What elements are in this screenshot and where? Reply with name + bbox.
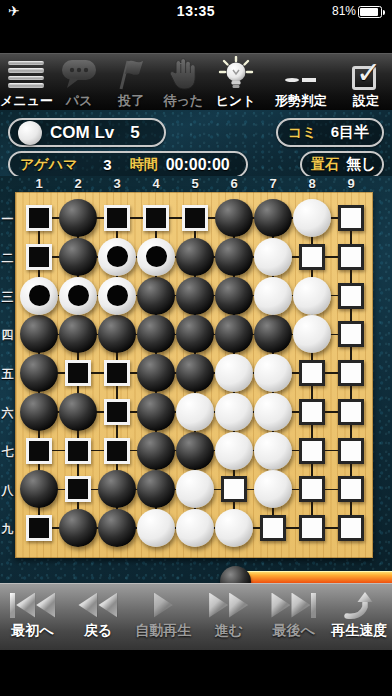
left-coordinate-label: 四 [0, 327, 15, 344]
white-territory-marker[interactable] [299, 515, 325, 541]
black-territory-marker[interactable] [65, 438, 91, 464]
top-coordinate-label: 6 [223, 176, 245, 191]
white-territory-marker[interactable] [221, 476, 247, 502]
top-coordinate-label: 9 [340, 176, 362, 191]
black-stone[interactable] [98, 470, 136, 508]
black-stone[interactable] [98, 315, 136, 353]
playback-speed-button[interactable]: 再生速度 [327, 584, 392, 650]
com-level-label: COM Lv [50, 123, 114, 143]
white-stone[interactable] [293, 199, 331, 237]
white-stone[interactable] [215, 354, 253, 392]
undo-button[interactable]: 待った [157, 54, 209, 110]
white-stone[interactable] [176, 393, 214, 431]
hint-button[interactable]: ヒント [209, 54, 261, 110]
speech-bubble-icon [61, 56, 97, 92]
rewind-icon [78, 590, 117, 620]
black-stone[interactable] [215, 315, 253, 353]
white-territory-marker[interactable] [338, 205, 364, 231]
black-stone[interactable] [20, 354, 58, 392]
black-stone[interactable] [20, 393, 58, 431]
skip-to-start-icon [10, 590, 55, 620]
undo-label: 待った [164, 93, 204, 108]
white-territory-marker[interactable] [299, 360, 325, 386]
white-territory-marker[interactable] [338, 476, 364, 502]
agehama-label: アゲハマ [20, 156, 77, 174]
white-stone-icon [18, 121, 42, 145]
lightbulb-icon [217, 56, 255, 92]
black-stone[interactable] [98, 509, 136, 547]
goban[interactable] [15, 192, 373, 558]
play-icon [154, 590, 173, 620]
black-stone[interactable] [137, 277, 175, 315]
bottom-black-bar [0, 650, 392, 696]
white-territory-marker[interactable] [338, 244, 364, 270]
resign-label: 投了 [118, 93, 144, 108]
black-stone[interactable] [59, 199, 97, 237]
white-territory-marker[interactable] [299, 399, 325, 425]
handicap-value: 無し [346, 155, 376, 174]
black-territory-marker[interactable] [104, 360, 130, 386]
black-stone[interactable] [137, 470, 175, 508]
white-stone[interactable] [137, 509, 175, 547]
auto-play-label: 自動再生 [135, 622, 191, 640]
curved-arrow-icon [344, 590, 374, 620]
top-coordinate-label: 4 [145, 176, 167, 191]
black-territory-marker[interactable] [26, 205, 52, 231]
white-stone[interactable] [215, 393, 253, 431]
time-value: 00:00:00 [166, 156, 230, 174]
menu-label: メニュー [0, 93, 53, 108]
black-stone[interactable] [59, 393, 97, 431]
fast-forward-icon [209, 590, 248, 620]
white-territory-marker[interactable] [338, 360, 364, 386]
game-info-panel: COM Lv 5 コミ 6目半 アゲハマ 3 時間 00:00:00 置石 無し [0, 110, 392, 176]
resign-button[interactable]: 投了 [105, 54, 157, 110]
black-stone[interactable] [137, 432, 175, 470]
top-coordinate-label: 1 [28, 176, 50, 191]
black-territory-marker[interactable] [65, 476, 91, 502]
settings-label: 設定 [353, 93, 379, 108]
hand-icon [168, 56, 198, 92]
top-coordinate-label: 5 [184, 176, 206, 191]
white-stone[interactable] [254, 354, 292, 392]
skip-to-end-button[interactable]: 最後へ [261, 584, 326, 650]
black-stone[interactable] [176, 432, 214, 470]
menu-icon [8, 56, 44, 92]
back-button[interactable]: 戻る [65, 584, 130, 650]
white-stone[interactable] [254, 238, 292, 276]
black-territory-marker[interactable] [182, 205, 208, 231]
pass-button[interactable]: パス [53, 54, 105, 110]
white-territory-marker[interactable] [299, 438, 325, 464]
status-bar: ✈ 13:35 81% [0, 0, 392, 22]
black-stone[interactable] [254, 199, 292, 237]
top-toolbar: メニュー パス 投了 [0, 53, 392, 110]
white-stone[interactable] [176, 470, 214, 508]
white-territory-marker[interactable] [299, 476, 325, 502]
left-coordinate-label: 一 [0, 211, 15, 228]
time-label: 時間 [130, 156, 158, 174]
white-stone[interactable] [254, 470, 292, 508]
playback-speed-label: 再生速度 [331, 622, 387, 640]
left-coordinate-label: 七 [0, 444, 15, 461]
left-coordinate-label: 九 [0, 521, 15, 538]
black-stone[interactable] [59, 315, 97, 353]
white-stone[interactable] [215, 432, 253, 470]
black-stone[interactable] [215, 277, 253, 315]
dead-white-stone[interactable] [98, 238, 136, 276]
white-stone[interactable] [293, 315, 331, 353]
left-coordinate-label: 五 [0, 366, 15, 383]
com-level-value: 5 [130, 123, 139, 143]
board-zone: 123456789一二三四五六七八九 [0, 176, 392, 583]
menu-button[interactable]: メニュー [0, 54, 53, 110]
white-territory-marker[interactable] [260, 515, 286, 541]
white-stone[interactable] [176, 509, 214, 547]
pass-label: パス [66, 93, 93, 108]
checkbox-icon: ✓ [352, 64, 380, 92]
black-territory-marker[interactable] [143, 205, 169, 231]
dead-white-stone[interactable] [59, 277, 97, 315]
komi-value: 6目半 [331, 123, 369, 142]
komi-label: コミ [288, 124, 317, 142]
skip-to-end-icon [271, 590, 316, 620]
black-stone[interactable] [137, 354, 175, 392]
skip-to-end-label: 最後へ [273, 622, 315, 640]
forward-button[interactable]: 進む [196, 584, 261, 650]
white-territory-marker[interactable] [338, 283, 364, 309]
black-stone[interactable] [215, 199, 253, 237]
playback-toolbar: 最初へ 戻る 自動再生 進む 最後へ 再生速度 [0, 583, 392, 650]
black-territory-marker[interactable] [65, 360, 91, 386]
white-stone[interactable] [254, 393, 292, 431]
dead-white-stone[interactable] [20, 277, 58, 315]
battery-icon [358, 6, 382, 18]
skip-to-start-button[interactable]: 最初へ [0, 584, 65, 650]
agehama-value: 3 [103, 156, 111, 173]
left-coordinate-label: 八 [0, 482, 15, 499]
auto-play-button[interactable]: 自動再生 [131, 584, 196, 650]
black-stone[interactable] [20, 315, 58, 353]
top-coordinate-label: 3 [106, 176, 128, 191]
handicap-label: 置石 [311, 156, 339, 174]
shapes-icon [285, 56, 316, 92]
komi-pill: コミ 6目半 [276, 118, 384, 147]
black-stone[interactable] [137, 393, 175, 431]
white-stone[interactable] [215, 509, 253, 547]
left-coordinate-label: 六 [0, 405, 15, 422]
white-territory-marker[interactable] [299, 244, 325, 270]
top-coordinate-label: 8 [301, 176, 323, 191]
white-territory-marker[interactable] [338, 399, 364, 425]
status-bar-background [0, 22, 392, 53]
handicap-pill: 置石 無し [300, 151, 384, 178]
black-stone[interactable] [176, 277, 214, 315]
white-stone[interactable] [254, 432, 292, 470]
black-stone[interactable] [176, 315, 214, 353]
captures-time-pill: アゲハマ 3 時間 00:00:00 [8, 151, 248, 178]
forward-label: 進む [214, 622, 242, 640]
flag-icon [114, 56, 148, 92]
black-territory-marker[interactable] [104, 438, 130, 464]
black-stone[interactable] [59, 509, 97, 547]
skip-to-start-label: 最初へ [12, 622, 54, 640]
black-stone[interactable] [215, 238, 253, 276]
top-coordinate-label: 7 [262, 176, 284, 191]
dead-white-stone[interactable] [98, 277, 136, 315]
left-coordinate-label: 二 [0, 250, 15, 267]
back-label: 戻る [84, 622, 112, 640]
hint-label: ヒント [216, 93, 256, 108]
dead-white-stone[interactable] [137, 238, 175, 276]
player-level-pill: COM Lv 5 [8, 118, 166, 147]
white-territory-marker[interactable] [338, 515, 364, 541]
black-territory-marker[interactable] [104, 399, 130, 425]
position-judge-label: 形勢判定 [275, 93, 327, 108]
black-stone[interactable] [176, 238, 214, 276]
position-judge-button[interactable]: 形勢判定 [262, 54, 340, 110]
black-stone[interactable] [176, 354, 214, 392]
black-stone[interactable] [59, 238, 97, 276]
black-territory-marker[interactable] [26, 438, 52, 464]
black-stone[interactable] [20, 470, 58, 508]
battery-percent: 81% [332, 4, 356, 18]
white-territory-marker[interactable] [338, 321, 364, 347]
black-territory-marker[interactable] [26, 244, 52, 270]
left-coordinate-label: 三 [0, 289, 15, 306]
white-stone[interactable] [254, 277, 292, 315]
black-territory-marker[interactable] [104, 205, 130, 231]
black-territory-marker[interactable] [26, 515, 52, 541]
settings-button[interactable]: ✓ 設定 [340, 54, 392, 110]
black-stone[interactable] [254, 315, 292, 353]
top-coordinate-label: 2 [67, 176, 89, 191]
black-stone[interactable] [137, 315, 175, 353]
white-territory-marker[interactable] [338, 438, 364, 464]
go-app-screen: ✈ 13:35 81% メニュー パス [0, 0, 392, 696]
white-stone[interactable] [293, 277, 331, 315]
